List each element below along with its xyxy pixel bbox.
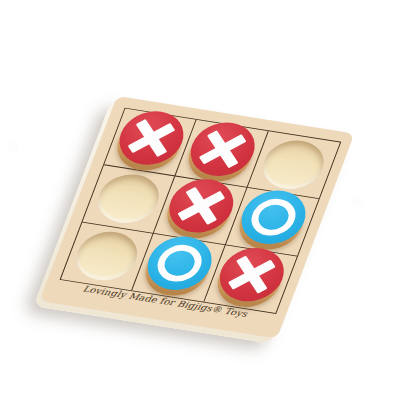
o-ring: [6, 140, 19, 153]
loose-piece-slot-left-top[interactable]: [6, 137, 64, 190]
x-piece[interactable]: [210, 244, 293, 312]
x-stroke: [0, 187, 6, 194]
game-board: Lovingly Made for Bigjigs® Toys: [40, 96, 355, 339]
loose-piece-slot-right[interactable]: [348, 195, 418, 250]
o-ring: [246, 196, 301, 239]
empty-cell-recess: [69, 228, 145, 285]
loose-piece-slot-left-bottom[interactable]: [3, 187, 57, 238]
x-stroke: [1, 187, 6, 195]
empty-cell-recess: [256, 137, 332, 194]
o-ring: [351, 195, 364, 208]
photo-background: Lovingly Made for Bigjigs® Toys: [0, 0, 420, 420]
empty-cell-recess: [91, 171, 167, 228]
o-ring: [152, 242, 207, 285]
o-piece[interactable]: [231, 187, 314, 255]
